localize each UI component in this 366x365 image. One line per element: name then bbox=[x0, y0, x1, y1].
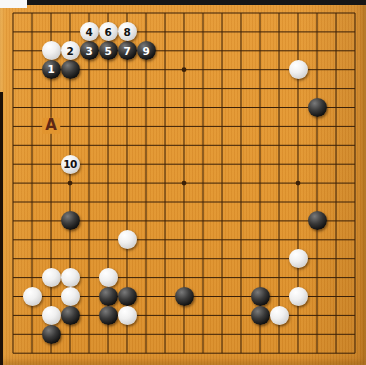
screen-edge-artifact-left bbox=[0, 92, 3, 365]
star-point bbox=[296, 181, 301, 186]
stone-black bbox=[99, 287, 118, 306]
stone-black bbox=[308, 211, 327, 230]
stone-white bbox=[42, 268, 61, 287]
go-board[interactable]: 12345678910A bbox=[0, 0, 366, 365]
move-stone-6: 6 bbox=[99, 22, 118, 41]
stone-black bbox=[251, 306, 270, 325]
stone-black bbox=[118, 287, 137, 306]
point-label-A: A bbox=[42, 118, 60, 134]
stone-white bbox=[61, 287, 80, 306]
screen-edge-artifact-top bbox=[27, 0, 366, 5]
star-point bbox=[68, 181, 73, 186]
move-stone-1: 1 bbox=[42, 60, 61, 79]
star-point bbox=[182, 67, 187, 72]
stone-white bbox=[99, 268, 118, 287]
stone-black bbox=[42, 325, 61, 344]
move-stone-8: 8 bbox=[118, 22, 137, 41]
stone-white bbox=[61, 268, 80, 287]
stone-white bbox=[118, 230, 137, 249]
stone-white bbox=[289, 287, 308, 306]
move-stone-4: 4 bbox=[80, 22, 99, 41]
move-stone-9: 9 bbox=[137, 41, 156, 60]
move-stone-5: 5 bbox=[99, 41, 118, 60]
stone-white bbox=[289, 60, 308, 79]
stone-black bbox=[308, 98, 327, 117]
stone-black bbox=[99, 306, 118, 325]
stone-black bbox=[251, 287, 270, 306]
stone-white bbox=[23, 287, 42, 306]
screen-corner-artifact bbox=[0, 0, 27, 8]
stone-white bbox=[42, 41, 61, 60]
stone-black bbox=[61, 306, 80, 325]
stone-black bbox=[175, 287, 194, 306]
move-stone-3: 3 bbox=[80, 41, 99, 60]
screenshot-root: 12345678910A bbox=[0, 0, 366, 365]
stone-white bbox=[289, 249, 308, 268]
stone-white bbox=[42, 306, 61, 325]
move-stone-10: 10 bbox=[61, 155, 80, 174]
stone-black bbox=[61, 211, 80, 230]
stone-white bbox=[270, 306, 289, 325]
move-stone-2: 2 bbox=[61, 41, 80, 60]
star-point bbox=[182, 181, 187, 186]
stone-black bbox=[61, 60, 80, 79]
move-stone-7: 7 bbox=[118, 41, 137, 60]
stone-white bbox=[118, 306, 137, 325]
